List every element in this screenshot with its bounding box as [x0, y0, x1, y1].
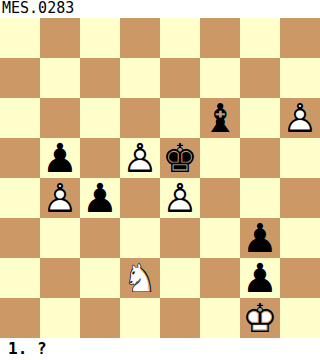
white-pawn-outline-glyph: ♙: [160, 178, 200, 218]
square-h1[interactable]: [280, 298, 320, 338]
black-pawn[interactable]: ♙♟: [240, 258, 280, 298]
chess-board: ♗♝♟♙♙♟♟♙♔♚♟♙♙♟♟♙♙♟♞♘♙♟♚♔: [0, 18, 320, 338]
square-c1[interactable]: [80, 298, 120, 338]
puzzle-title: MES.0283: [0, 0, 320, 18]
black-pawn[interactable]: ♙♟: [40, 138, 80, 178]
square-h3[interactable]: [280, 218, 320, 258]
square-d4[interactable]: [120, 178, 160, 218]
square-g8[interactable]: [240, 18, 280, 58]
square-e4[interactable]: ♟♙: [160, 178, 200, 218]
square-c6[interactable]: [80, 98, 120, 138]
square-c7[interactable]: [80, 58, 120, 98]
square-e3[interactable]: [160, 218, 200, 258]
white-pawn-outline-glyph: ♙: [280, 98, 320, 138]
square-a2[interactable]: [0, 258, 40, 298]
square-d5[interactable]: ♟♙: [120, 138, 160, 178]
white-pawn[interactable]: ♟♙: [120, 138, 160, 178]
square-e1[interactable]: [160, 298, 200, 338]
white-knight[interactable]: ♞♘: [120, 258, 160, 298]
square-f4[interactable]: [200, 178, 240, 218]
square-e2[interactable]: [160, 258, 200, 298]
black-pawn-outline-glyph: ♟: [80, 178, 120, 218]
white-pawn-outline-glyph: ♙: [120, 138, 160, 178]
square-b6[interactable]: [40, 98, 80, 138]
square-h6[interactable]: ♟♙: [280, 98, 320, 138]
square-f1[interactable]: [200, 298, 240, 338]
black-pawn-outline-glyph: ♟: [240, 218, 280, 258]
square-b4[interactable]: ♟♙: [40, 178, 80, 218]
black-pawn-outline-glyph: ♟: [40, 138, 80, 178]
square-d3[interactable]: [120, 218, 160, 258]
square-f6[interactable]: ♗♝: [200, 98, 240, 138]
square-h8[interactable]: [280, 18, 320, 58]
square-g1[interactable]: ♚♔: [240, 298, 280, 338]
square-d2[interactable]: ♞♘: [120, 258, 160, 298]
square-d1[interactable]: [120, 298, 160, 338]
square-h2[interactable]: [280, 258, 320, 298]
square-g4[interactable]: [240, 178, 280, 218]
white-king[interactable]: ♚♔: [240, 298, 280, 338]
black-bishop-outline-glyph: ♝: [200, 98, 240, 138]
white-pawn-outline-glyph: ♙: [40, 178, 80, 218]
square-h7[interactable]: [280, 58, 320, 98]
square-f5[interactable]: [200, 138, 240, 178]
square-a4[interactable]: [0, 178, 40, 218]
black-pawn-outline-glyph: ♟: [240, 258, 280, 298]
square-a3[interactable]: [0, 218, 40, 258]
square-a7[interactable]: [0, 58, 40, 98]
move-prompt: 1. ?: [0, 338, 320, 360]
square-b7[interactable]: [40, 58, 80, 98]
black-bishop[interactable]: ♗♝: [200, 98, 240, 138]
square-e6[interactable]: [160, 98, 200, 138]
square-d6[interactable]: [120, 98, 160, 138]
square-b8[interactable]: [40, 18, 80, 58]
square-e5[interactable]: ♔♚: [160, 138, 200, 178]
black-king-outline-glyph: ♚: [160, 138, 200, 178]
square-h4[interactable]: [280, 178, 320, 218]
square-f2[interactable]: [200, 258, 240, 298]
black-pawn[interactable]: ♙♟: [80, 178, 120, 218]
square-g2[interactable]: ♙♟: [240, 258, 280, 298]
white-pawn[interactable]: ♟♙: [40, 178, 80, 218]
square-d7[interactable]: [120, 58, 160, 98]
square-b5[interactable]: ♙♟: [40, 138, 80, 178]
black-pawn[interactable]: ♙♟: [240, 218, 280, 258]
square-g6[interactable]: [240, 98, 280, 138]
square-f7[interactable]: [200, 58, 240, 98]
black-king[interactable]: ♔♚: [160, 138, 200, 178]
square-c3[interactable]: [80, 218, 120, 258]
square-b3[interactable]: [40, 218, 80, 258]
white-king-outline-glyph: ♔: [240, 298, 280, 338]
square-c8[interactable]: [80, 18, 120, 58]
square-f3[interactable]: [200, 218, 240, 258]
square-c4[interactable]: ♙♟: [80, 178, 120, 218]
square-a6[interactable]: [0, 98, 40, 138]
square-f8[interactable]: [200, 18, 240, 58]
square-a1[interactable]: [0, 298, 40, 338]
square-c2[interactable]: [80, 258, 120, 298]
white-pawn[interactable]: ♟♙: [280, 98, 320, 138]
white-knight-outline-glyph: ♘: [120, 258, 160, 298]
square-c5[interactable]: [80, 138, 120, 178]
square-a5[interactable]: [0, 138, 40, 178]
square-a8[interactable]: [0, 18, 40, 58]
white-pawn[interactable]: ♟♙: [160, 178, 200, 218]
square-e7[interactable]: [160, 58, 200, 98]
square-d8[interactable]: [120, 18, 160, 58]
square-e8[interactable]: [160, 18, 200, 58]
square-b2[interactable]: [40, 258, 80, 298]
square-g5[interactable]: [240, 138, 280, 178]
square-g3[interactable]: ♙♟: [240, 218, 280, 258]
square-h5[interactable]: [280, 138, 320, 178]
square-g7[interactable]: [240, 58, 280, 98]
square-b1[interactable]: [40, 298, 80, 338]
